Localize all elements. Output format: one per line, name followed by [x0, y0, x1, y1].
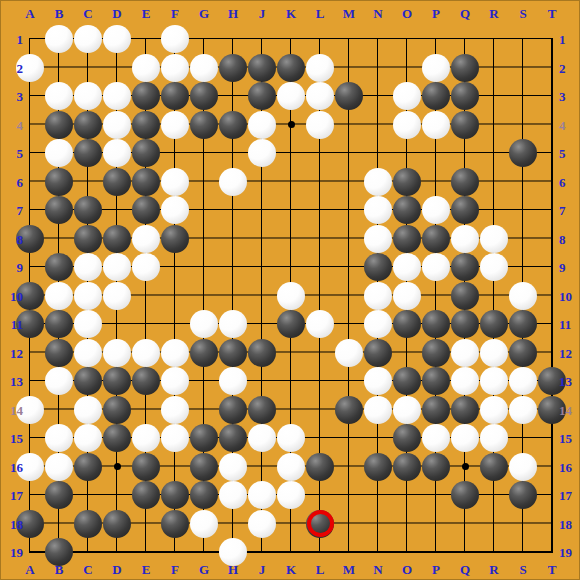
cell-D5[interactable] — [103, 139, 132, 168]
cell-B17[interactable] — [45, 481, 74, 510]
cell-S9[interactable] — [509, 253, 538, 282]
cell-C2[interactable] — [74, 53, 103, 82]
cell-C11[interactable] — [74, 310, 103, 339]
cell-L9[interactable] — [306, 253, 335, 282]
cell-F13[interactable] — [161, 367, 190, 396]
cell-C16[interactable] — [74, 452, 103, 481]
cell-F5[interactable] — [161, 139, 190, 168]
cell-J16[interactable] — [248, 452, 277, 481]
cell-S13[interactable] — [509, 367, 538, 396]
cell-K13[interactable] — [277, 367, 306, 396]
cell-Q11[interactable] — [451, 310, 480, 339]
cell-O7[interactable] — [393, 196, 422, 225]
cell-P5[interactable] — [422, 139, 451, 168]
cell-N3[interactable] — [364, 82, 393, 111]
cell-N9[interactable] — [364, 253, 393, 282]
cell-B9[interactable] — [45, 253, 74, 282]
cell-B2[interactable] — [45, 53, 74, 82]
cell-S12[interactable] — [509, 338, 538, 367]
cell-O3[interactable] — [393, 82, 422, 111]
cell-B4[interactable] — [45, 110, 74, 139]
cell-F12[interactable] — [161, 338, 190, 367]
cell-D15[interactable] — [103, 424, 132, 453]
cell-O16[interactable] — [393, 452, 422, 481]
cell-F15[interactable] — [161, 424, 190, 453]
cell-G17[interactable] — [190, 481, 219, 510]
cell-K10[interactable] — [277, 281, 306, 310]
cell-F7[interactable] — [161, 196, 190, 225]
cell-M11[interactable] — [335, 310, 364, 339]
cell-J5[interactable] — [248, 139, 277, 168]
cell-P6[interactable] — [422, 167, 451, 196]
cell-E9[interactable] — [132, 253, 161, 282]
cell-L14[interactable] — [306, 395, 335, 424]
cell-E16[interactable] — [132, 452, 161, 481]
cell-R9[interactable] — [480, 253, 509, 282]
cell-S18[interactable] — [509, 509, 538, 538]
cell-Q17[interactable] — [451, 481, 480, 510]
cell-B7[interactable] — [45, 196, 74, 225]
cell-H11[interactable] — [219, 310, 248, 339]
cell-F3[interactable] — [161, 82, 190, 111]
cell-D1[interactable] — [103, 25, 132, 54]
cell-D8[interactable] — [103, 224, 132, 253]
cell-O15[interactable] — [393, 424, 422, 453]
cell-J4[interactable] — [248, 110, 277, 139]
cell-J6[interactable] — [248, 167, 277, 196]
cell-N17[interactable] — [364, 481, 393, 510]
cell-L12[interactable] — [306, 338, 335, 367]
cell-N10[interactable] — [364, 281, 393, 310]
cell-Q8[interactable] — [451, 224, 480, 253]
cell-C4[interactable] — [74, 110, 103, 139]
cell-R4[interactable] — [480, 110, 509, 139]
cell-B18[interactable] — [45, 509, 74, 538]
cell-R11[interactable] — [480, 310, 509, 339]
cell-P2[interactable] — [422, 53, 451, 82]
cell-Q13[interactable] — [451, 367, 480, 396]
cell-E11[interactable] — [132, 310, 161, 339]
cell-S2[interactable] — [509, 53, 538, 82]
cell-H7[interactable] — [219, 196, 248, 225]
cell-G11[interactable] — [190, 310, 219, 339]
cell-H17[interactable] — [219, 481, 248, 510]
cell-P9[interactable] — [422, 253, 451, 282]
cell-H15[interactable] — [219, 424, 248, 453]
cell-D17[interactable] — [103, 481, 132, 510]
cell-G12[interactable] — [190, 338, 219, 367]
cell-O13[interactable] — [393, 367, 422, 396]
cell-P7[interactable] — [422, 196, 451, 225]
cell-L1[interactable] — [306, 25, 335, 54]
cell-K15[interactable] — [277, 424, 306, 453]
cell-D4[interactable] — [103, 110, 132, 139]
cell-O1[interactable] — [393, 25, 422, 54]
cell-L13[interactable] — [306, 367, 335, 396]
cell-E12[interactable] — [132, 338, 161, 367]
cell-H1[interactable] — [219, 25, 248, 54]
cell-B5[interactable] — [45, 139, 74, 168]
cell-B13[interactable] — [45, 367, 74, 396]
cell-R2[interactable] — [480, 53, 509, 82]
cell-F1[interactable] — [161, 25, 190, 54]
cell-M13[interactable] — [335, 367, 364, 396]
cell-G1[interactable] — [190, 25, 219, 54]
cell-J17[interactable] — [248, 481, 277, 510]
cell-G7[interactable] — [190, 196, 219, 225]
cell-Q6[interactable] — [451, 167, 480, 196]
cell-D2[interactable] — [103, 53, 132, 82]
cell-L6[interactable] — [306, 167, 335, 196]
cell-S4[interactable] — [509, 110, 538, 139]
cell-J8[interactable] — [248, 224, 277, 253]
cell-E10[interactable] — [132, 281, 161, 310]
cell-E6[interactable] — [132, 167, 161, 196]
cell-E18[interactable] — [132, 509, 161, 538]
cell-P1[interactable] — [422, 25, 451, 54]
cell-G6[interactable] — [190, 167, 219, 196]
cell-E8[interactable] — [132, 224, 161, 253]
cell-M9[interactable] — [335, 253, 364, 282]
cell-H3[interactable] — [219, 82, 248, 111]
cell-C10[interactable] — [74, 281, 103, 310]
cell-M6[interactable] — [335, 167, 364, 196]
cell-N12[interactable] — [364, 338, 393, 367]
cell-L4[interactable] — [306, 110, 335, 139]
cell-G8[interactable] — [190, 224, 219, 253]
cell-K16[interactable] — [277, 452, 306, 481]
cell-B6[interactable] — [45, 167, 74, 196]
cell-B1[interactable] — [45, 25, 74, 54]
cell-H4[interactable] — [219, 110, 248, 139]
cell-B8[interactable] — [45, 224, 74, 253]
cell-M2[interactable] — [335, 53, 364, 82]
cell-O9[interactable] — [393, 253, 422, 282]
cell-K18[interactable] — [277, 509, 306, 538]
cell-H2[interactable] — [219, 53, 248, 82]
cell-P11[interactable] — [422, 310, 451, 339]
cell-M10[interactable] — [335, 281, 364, 310]
cell-G18[interactable] — [190, 509, 219, 538]
cell-K2[interactable] — [277, 53, 306, 82]
cell-G10[interactable] — [190, 281, 219, 310]
cell-C14[interactable] — [74, 395, 103, 424]
cell-F11[interactable] — [161, 310, 190, 339]
cell-R18[interactable] — [480, 509, 509, 538]
cell-O17[interactable] — [393, 481, 422, 510]
cell-H9[interactable] — [219, 253, 248, 282]
cell-P13[interactable] — [422, 367, 451, 396]
cell-O6[interactable] — [393, 167, 422, 196]
cell-C7[interactable] — [74, 196, 103, 225]
cell-E14[interactable] — [132, 395, 161, 424]
cell-K5[interactable] — [277, 139, 306, 168]
cell-R15[interactable] — [480, 424, 509, 453]
cell-N6[interactable] — [364, 167, 393, 196]
cell-C9[interactable] — [74, 253, 103, 282]
cell-L3[interactable] — [306, 82, 335, 111]
cell-L8[interactable] — [306, 224, 335, 253]
cell-N18[interactable] — [364, 509, 393, 538]
cell-L5[interactable] — [306, 139, 335, 168]
cell-D18[interactable] — [103, 509, 132, 538]
cell-F2[interactable] — [161, 53, 190, 82]
cell-D3[interactable] — [103, 82, 132, 111]
cell-F16[interactable] — [161, 452, 190, 481]
cell-R1[interactable] — [480, 25, 509, 54]
cell-G16[interactable] — [190, 452, 219, 481]
cell-J7[interactable] — [248, 196, 277, 225]
cell-G4[interactable] — [190, 110, 219, 139]
cell-M8[interactable] — [335, 224, 364, 253]
cell-F10[interactable] — [161, 281, 190, 310]
cell-M16[interactable] — [335, 452, 364, 481]
cell-N16[interactable] — [364, 452, 393, 481]
cell-S8[interactable] — [509, 224, 538, 253]
cell-O2[interactable] — [393, 53, 422, 82]
cell-M17[interactable] — [335, 481, 364, 510]
cell-R13[interactable] — [480, 367, 509, 396]
cell-E1[interactable] — [132, 25, 161, 54]
cell-K14[interactable] — [277, 395, 306, 424]
cell-S3[interactable] — [509, 82, 538, 111]
cell-R5[interactable] — [480, 139, 509, 168]
cell-B3[interactable] — [45, 82, 74, 111]
cell-M3[interactable] — [335, 82, 364, 111]
cell-E2[interactable] — [132, 53, 161, 82]
cell-Q16[interactable] — [451, 452, 480, 481]
cell-M1[interactable] — [335, 25, 364, 54]
cell-S10[interactable] — [509, 281, 538, 310]
cell-S17[interactable] — [509, 481, 538, 510]
cell-J14[interactable] — [248, 395, 277, 424]
cell-E17[interactable] — [132, 481, 161, 510]
cell-P14[interactable] — [422, 395, 451, 424]
cell-J18[interactable] — [248, 509, 277, 538]
cell-Q1[interactable] — [451, 25, 480, 54]
cell-P18[interactable] — [422, 509, 451, 538]
cell-Q4[interactable] — [451, 110, 480, 139]
cell-M14[interactable] — [335, 395, 364, 424]
cell-D14[interactable] — [103, 395, 132, 424]
cell-B12[interactable] — [45, 338, 74, 367]
cell-L16[interactable] — [306, 452, 335, 481]
cell-O5[interactable] — [393, 139, 422, 168]
cell-S11[interactable] — [509, 310, 538, 339]
cell-D10[interactable] — [103, 281, 132, 310]
cell-J13[interactable] — [248, 367, 277, 396]
cell-C8[interactable] — [74, 224, 103, 253]
cell-M15[interactable] — [335, 424, 364, 453]
cell-Q9[interactable] — [451, 253, 480, 282]
cell-Q2[interactable] — [451, 53, 480, 82]
cell-H16[interactable] — [219, 452, 248, 481]
cell-F14[interactable] — [161, 395, 190, 424]
cell-J2[interactable] — [248, 53, 277, 82]
cell-E3[interactable] — [132, 82, 161, 111]
cell-L11[interactable] — [306, 310, 335, 339]
cell-L15[interactable] — [306, 424, 335, 453]
cell-N15[interactable] — [364, 424, 393, 453]
cell-R17[interactable] — [480, 481, 509, 510]
cell-L7[interactable] — [306, 196, 335, 225]
cell-D7[interactable] — [103, 196, 132, 225]
cell-G2[interactable] — [190, 53, 219, 82]
cell-O8[interactable] — [393, 224, 422, 253]
cell-H14[interactable] — [219, 395, 248, 424]
cell-S15[interactable] — [509, 424, 538, 453]
cell-G14[interactable] — [190, 395, 219, 424]
cell-R16[interactable] — [480, 452, 509, 481]
cell-P15[interactable] — [422, 424, 451, 453]
cell-R10[interactable] — [480, 281, 509, 310]
cell-R8[interactable] — [480, 224, 509, 253]
cell-G5[interactable] — [190, 139, 219, 168]
cell-R7[interactable] — [480, 196, 509, 225]
cell-C17[interactable] — [74, 481, 103, 510]
cell-J9[interactable] — [248, 253, 277, 282]
cell-F8[interactable] — [161, 224, 190, 253]
cell-K1[interactable] — [277, 25, 306, 54]
cell-E5[interactable] — [132, 139, 161, 168]
cell-N1[interactable] — [364, 25, 393, 54]
cell-D6[interactable] — [103, 167, 132, 196]
cell-D13[interactable] — [103, 367, 132, 396]
cell-G15[interactable] — [190, 424, 219, 453]
cell-F9[interactable] — [161, 253, 190, 282]
cell-M7[interactable] — [335, 196, 364, 225]
cell-J15[interactable] — [248, 424, 277, 453]
cell-F4[interactable] — [161, 110, 190, 139]
cell-R3[interactable] — [480, 82, 509, 111]
cell-O14[interactable] — [393, 395, 422, 424]
cell-F6[interactable] — [161, 167, 190, 196]
cell-G3[interactable] — [190, 82, 219, 111]
cell-C15[interactable] — [74, 424, 103, 453]
cell-S1[interactable] — [509, 25, 538, 54]
cell-D11[interactable] — [103, 310, 132, 339]
cell-Q7[interactable] — [451, 196, 480, 225]
cell-Q15[interactable] — [451, 424, 480, 453]
cell-P17[interactable] — [422, 481, 451, 510]
cell-S16[interactable] — [509, 452, 538, 481]
cell-C12[interactable] — [74, 338, 103, 367]
cell-K12[interactable] — [277, 338, 306, 367]
cell-M5[interactable] — [335, 139, 364, 168]
cell-G9[interactable] — [190, 253, 219, 282]
cell-Q12[interactable] — [451, 338, 480, 367]
cell-O12[interactable] — [393, 338, 422, 367]
cell-C1[interactable] — [74, 25, 103, 54]
cell-R12[interactable] — [480, 338, 509, 367]
cell-F17[interactable] — [161, 481, 190, 510]
cell-H18[interactable] — [219, 509, 248, 538]
cell-C5[interactable] — [74, 139, 103, 168]
cell-N13[interactable] — [364, 367, 393, 396]
cell-B15[interactable] — [45, 424, 74, 453]
cell-S7[interactable] — [509, 196, 538, 225]
cell-M12[interactable] — [335, 338, 364, 367]
cell-N8[interactable] — [364, 224, 393, 253]
cell-L2[interactable] — [306, 53, 335, 82]
cell-P4[interactable] — [422, 110, 451, 139]
cell-S5[interactable] — [509, 139, 538, 168]
cell-E13[interactable] — [132, 367, 161, 396]
cell-O11[interactable] — [393, 310, 422, 339]
cell-K4[interactable] — [277, 110, 306, 139]
cell-M18[interactable] — [335, 509, 364, 538]
cell-G13[interactable] — [190, 367, 219, 396]
cell-J11[interactable] — [248, 310, 277, 339]
cell-K8[interactable] — [277, 224, 306, 253]
cell-J1[interactable] — [248, 25, 277, 54]
cell-C13[interactable] — [74, 367, 103, 396]
cell-N5[interactable] — [364, 139, 393, 168]
cell-S6[interactable] — [509, 167, 538, 196]
cell-H12[interactable] — [219, 338, 248, 367]
cell-L10[interactable] — [306, 281, 335, 310]
cell-P10[interactable] — [422, 281, 451, 310]
cell-E15[interactable] — [132, 424, 161, 453]
cell-Q3[interactable] — [451, 82, 480, 111]
cell-K11[interactable] — [277, 310, 306, 339]
cell-J12[interactable] — [248, 338, 277, 367]
cell-P12[interactable] — [422, 338, 451, 367]
cell-H13[interactable] — [219, 367, 248, 396]
cell-S14[interactable] — [509, 395, 538, 424]
cell-H5[interactable] — [219, 139, 248, 168]
cell-K3[interactable] — [277, 82, 306, 111]
cell-J10[interactable] — [248, 281, 277, 310]
cell-N11[interactable] — [364, 310, 393, 339]
cell-C6[interactable] — [74, 167, 103, 196]
cell-Q14[interactable] — [451, 395, 480, 424]
cell-E7[interactable] — [132, 196, 161, 225]
cell-C3[interactable] — [74, 82, 103, 111]
cell-B10[interactable] — [45, 281, 74, 310]
cell-O4[interactable] — [393, 110, 422, 139]
cell-N4[interactable] — [364, 110, 393, 139]
cell-P3[interactable] — [422, 82, 451, 111]
cell-K7[interactable] — [277, 196, 306, 225]
cell-L18[interactable] — [306, 509, 335, 538]
cell-H6[interactable] — [219, 167, 248, 196]
cell-O10[interactable] — [393, 281, 422, 310]
cell-F18[interactable] — [161, 509, 190, 538]
cell-M4[interactable] — [335, 110, 364, 139]
cell-J3[interactable] — [248, 82, 277, 111]
cell-B16[interactable] — [45, 452, 74, 481]
cell-O18[interactable] — [393, 509, 422, 538]
cell-N2[interactable] — [364, 53, 393, 82]
cell-K6[interactable] — [277, 167, 306, 196]
cell-B14[interactable] — [45, 395, 74, 424]
cell-C18[interactable] — [74, 509, 103, 538]
cell-B11[interactable] — [45, 310, 74, 339]
cell-Q10[interactable] — [451, 281, 480, 310]
cell-R14[interactable] — [480, 395, 509, 424]
cell-D12[interactable] — [103, 338, 132, 367]
cell-D16[interactable] — [103, 452, 132, 481]
cell-Q18[interactable] — [451, 509, 480, 538]
cell-E4[interactable] — [132, 110, 161, 139]
cell-K9[interactable] — [277, 253, 306, 282]
cell-H8[interactable] — [219, 224, 248, 253]
cell-H10[interactable] — [219, 281, 248, 310]
cell-Q5[interactable] — [451, 139, 480, 168]
cell-P8[interactable] — [422, 224, 451, 253]
cell-P16[interactable] — [422, 452, 451, 481]
